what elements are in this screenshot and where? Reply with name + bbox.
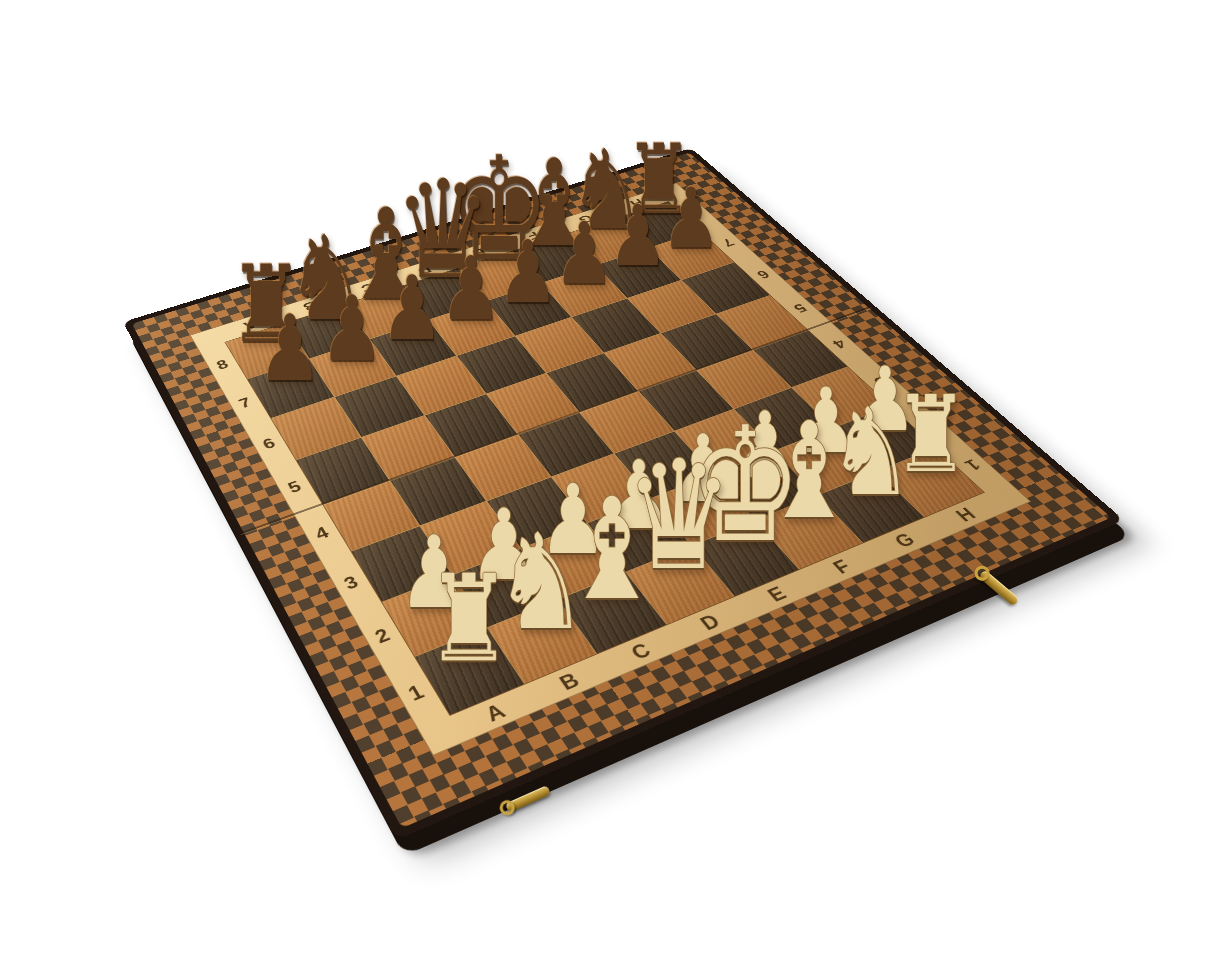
piece-b7-black-pawn[interactable]: ♟ <box>320 284 385 374</box>
piece-e7-black-pawn[interactable]: ♟ <box>497 228 559 314</box>
piece-g7-black-pawn[interactable]: ♟ <box>608 194 668 278</box>
piece-a1-white-rook[interactable]: ♜ <box>426 559 512 679</box>
piece-c7-black-pawn[interactable]: ♟ <box>380 265 444 354</box>
piece-a7-black-pawn[interactable]: ♟ <box>257 303 323 394</box>
piece-h7-black-pawn[interactable]: ♟ <box>661 177 721 260</box>
photo-canvas: 8877665544332211AABBCCDDEEFFGGHH ♜♞♝♛♚♝♞… <box>0 0 1232 960</box>
piece-d7-black-pawn[interactable]: ♟ <box>439 246 502 334</box>
piece-f7-black-pawn[interactable]: ♟ <box>553 211 614 296</box>
